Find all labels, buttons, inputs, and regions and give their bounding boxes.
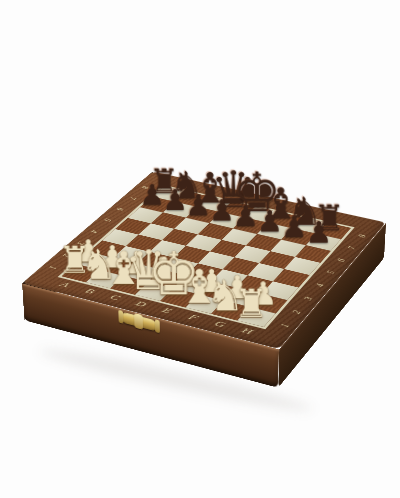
piece-white-rook[interactable]: ♜ bbox=[208, 284, 294, 323]
chess-set-photo: ♜♞♝♛♚♝♞♜♟♟♟♟♟♟♟♟♟♟♟♟♟♟♟♟♜♞♝♛♚♝♞♜ ABCDEFG… bbox=[0, 0, 400, 498]
chess-box: ♜♞♝♛♚♝♞♜♟♟♟♟♟♟♟♟♟♟♟♟♟♟♟♟♜♞♝♛♚♝♞♜ ABCDEFG… bbox=[22, 171, 386, 349]
clasp-barrel bbox=[134, 313, 143, 330]
clasp-right-knob bbox=[155, 319, 160, 333]
clasp-left-knob bbox=[118, 310, 123, 324]
piece-black-pawn[interactable]: ♟ bbox=[279, 218, 359, 248]
